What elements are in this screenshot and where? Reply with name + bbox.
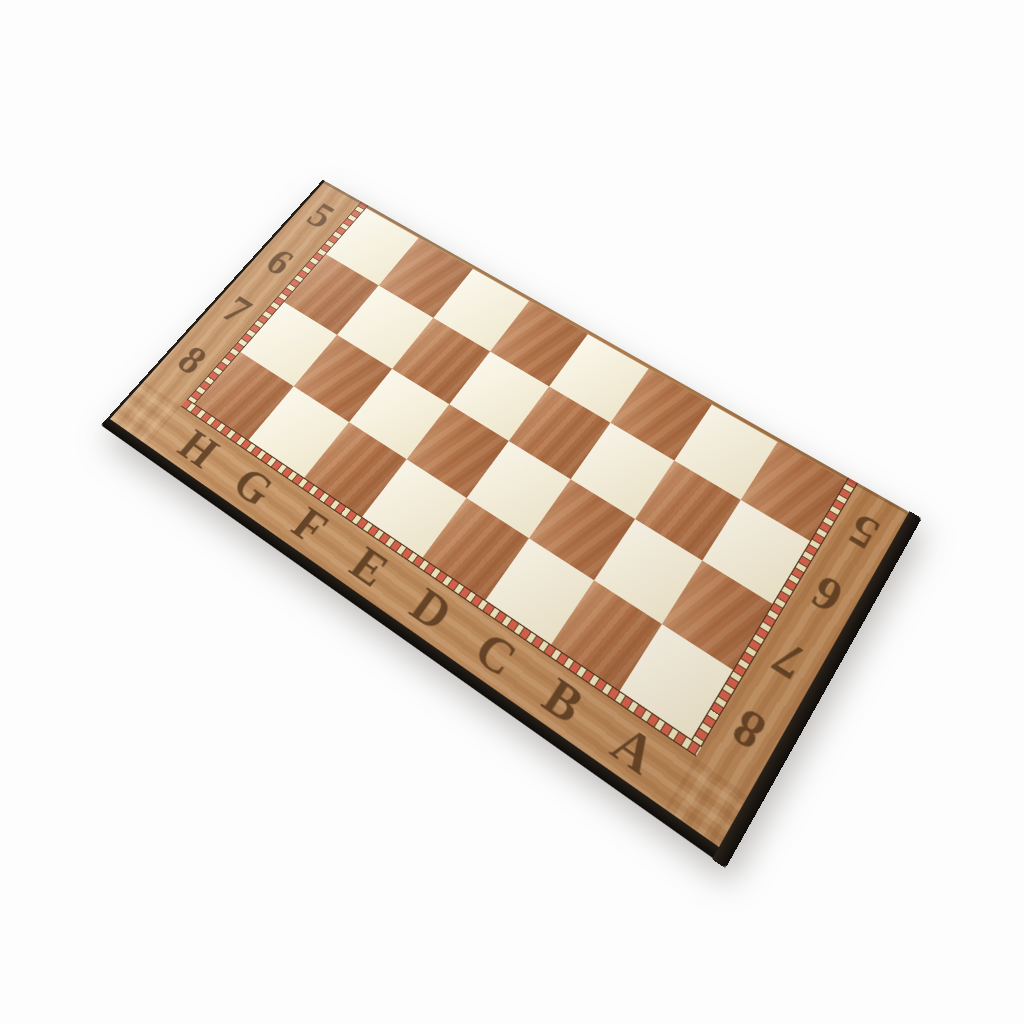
file-label-f: F xyxy=(284,500,336,553)
rank-label-right-7: 7 xyxy=(765,631,813,688)
file-label-e: E xyxy=(342,540,397,596)
rank-label-right-5: 5 xyxy=(841,506,886,558)
chess-board-half: 55667788HGFEDCBA xyxy=(110,181,909,847)
rank-label-right-8: 8 xyxy=(725,699,774,759)
file-label-b: B xyxy=(534,670,591,733)
rank-label-right-6: 6 xyxy=(804,567,850,621)
photo-scene: 55667788HGFEDCBA xyxy=(0,0,1024,1024)
